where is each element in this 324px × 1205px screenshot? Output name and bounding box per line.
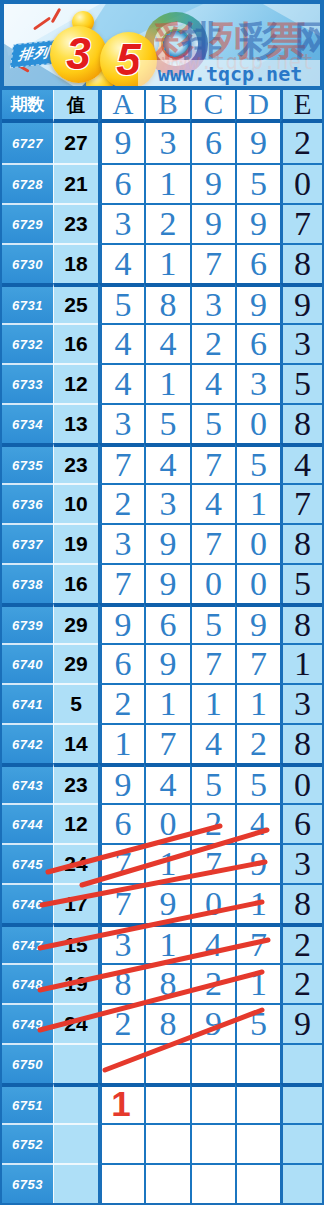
digit-cell-A: 5 [98, 283, 144, 323]
red-prediction-value: 1 [104, 1084, 138, 1124]
digit-cell-C: 3 [190, 283, 235, 323]
sum-cell [53, 1043, 98, 1083]
col-header-C: C [190, 90, 235, 123]
digit-cell-B: 9 [144, 643, 190, 683]
sum-cell: 24 [53, 1003, 98, 1043]
digit-cell-C: 7 [190, 643, 235, 683]
period-cell: 6745 [2, 843, 53, 883]
digit-cell-D: 9 [235, 843, 280, 883]
digit-cell-E: 0 [280, 163, 322, 203]
col-header-B: B [144, 90, 190, 123]
sum-cell: 29 [53, 603, 98, 643]
digit-cell-D: 3 [235, 363, 280, 403]
digit-cell-C: 5 [190, 603, 235, 643]
digit-cell-B: 8 [144, 963, 190, 1003]
sum-cell: 27 [53, 123, 98, 163]
digit-cell-D: 7 [235, 923, 280, 963]
digit-cell-E: 7 [280, 483, 322, 523]
digit-cell-D: 5 [235, 163, 280, 203]
sum-cell: 15 [53, 923, 98, 963]
digit-cell-E: 4 [280, 443, 322, 483]
digit-cell-C: 4 [190, 923, 235, 963]
digit-cell-A: 8 [98, 963, 144, 1003]
digit-cell-C: 5 [190, 763, 235, 803]
period-cell: 6739 [2, 603, 53, 643]
digit-cell-B [144, 1163, 190, 1203]
sum-cell: 10 [53, 483, 98, 523]
digit-cell-B: 3 [144, 483, 190, 523]
digit-cell-A: 6 [98, 803, 144, 843]
digit-cell-E: 5 [280, 363, 322, 403]
digit-cell-A: 9 [98, 763, 144, 803]
digit-cell-C [190, 1123, 235, 1163]
site-url[interactable]: www.tqcp.net [158, 62, 303, 86]
digit-cell-B [144, 1043, 190, 1083]
digit-cell-C [190, 1163, 235, 1203]
digit-cell-E: 9 [280, 283, 322, 323]
sum-cell: 23 [53, 443, 98, 483]
digit-cell-A: 4 [98, 243, 144, 283]
digit-cell-B: 9 [144, 563, 190, 603]
digit-cell-D [235, 1043, 280, 1083]
digit-cell-B: 1 [144, 683, 190, 723]
period-cell: 6728 [2, 163, 53, 203]
sum-cell: 19 [53, 963, 98, 1003]
digit-cell-D: 5 [235, 763, 280, 803]
digit-cell-A: 2 [98, 1003, 144, 1043]
digit-cell-E: 3 [280, 843, 322, 883]
period-cell: 6736 [2, 483, 53, 523]
sum-cell: 23 [53, 763, 98, 803]
period-cell: 6733 [2, 363, 53, 403]
digit-cell-A [98, 1163, 144, 1203]
digit-cell-D: 6 [235, 243, 280, 283]
period-cell: 6750 [2, 1043, 53, 1083]
period-cell: 6741 [2, 683, 53, 723]
digit-cell-D: 9 [235, 283, 280, 323]
digit-cell-C: 2 [190, 323, 235, 363]
digit-cell-D: 1 [235, 683, 280, 723]
digit-cell-D: 1 [235, 883, 280, 923]
digit-cell-E: 8 [280, 403, 322, 443]
digit-cell-D: 9 [235, 603, 280, 643]
digit-cell-B: 6 [144, 603, 190, 643]
period-cell: 6735 [2, 443, 53, 483]
digit-cell-E: 9 [280, 1003, 322, 1043]
sum-cell [53, 1163, 98, 1203]
sum-cell: 5 [53, 683, 98, 723]
digit-cell-E: 2 [280, 123, 322, 163]
digit-cell-C [190, 1043, 235, 1083]
digit-cell-E: 3 [280, 683, 322, 723]
digit-cell-B: 8 [144, 283, 190, 323]
digit-cell-A: 6 [98, 163, 144, 203]
digit-cell-B: 1 [144, 923, 190, 963]
digit-cell-B: 9 [144, 883, 190, 923]
digit-cell-C: 4 [190, 723, 235, 763]
logo-digit-3: 3 [50, 28, 107, 80]
digit-cell-A: 9 [98, 123, 144, 163]
digit-cell-C: 4 [190, 363, 235, 403]
digit-cell-D: 0 [235, 403, 280, 443]
digit-cell-D [235, 1083, 280, 1123]
digit-cell-E: 8 [280, 723, 322, 763]
site-banner: 彩排列彩票网 www.tqcp.net 排列 3 5 www.tqcp.net [0, 0, 324, 90]
digit-cell-D: 2 [235, 723, 280, 763]
digit-cell-E: 5 [280, 563, 322, 603]
period-cell: 6734 [2, 403, 53, 443]
period-cell: 6746 [2, 883, 53, 923]
digit-cell-A: 3 [98, 523, 144, 563]
site-url-strip: www.tqcp.net [138, 60, 322, 87]
period-cell: 6751 [2, 1083, 53, 1123]
period-cell: 6753 [2, 1163, 53, 1203]
sum-cell [53, 1083, 98, 1123]
digit-cell-D: 7 [235, 643, 280, 683]
digit-cell-C: 2 [190, 963, 235, 1003]
digit-cell-B: 0 [144, 803, 190, 843]
digit-cell-E [280, 1083, 322, 1123]
period-cell: 6744 [2, 803, 53, 843]
digit-cell-A: 3 [98, 923, 144, 963]
digit-cell-B: 4 [144, 443, 190, 483]
digit-cell-C: 0 [190, 883, 235, 923]
period-header: 期数 [2, 90, 53, 123]
digit-cell-D: 1 [235, 963, 280, 1003]
period-cell: 6748 [2, 963, 53, 1003]
digit-cell-B: 9 [144, 523, 190, 563]
digit-cell-B: 3 [144, 123, 190, 163]
sum-cell: 13 [53, 403, 98, 443]
digit-cell-C: 5 [190, 403, 235, 443]
digit-cell-B: 1 [144, 363, 190, 403]
period-cell: 6732 [2, 323, 53, 363]
digit-cell-D [235, 1123, 280, 1163]
digit-cell-D [235, 1163, 280, 1203]
period-cell: 6731 [2, 283, 53, 323]
digit-cell-C: 7 [190, 523, 235, 563]
col-header-A: A [98, 90, 144, 123]
digit-cell-A: 3 [98, 203, 144, 243]
digit-cell-E: 6 [280, 803, 322, 843]
sum-cell [53, 1123, 98, 1163]
digit-cell-A: 6 [98, 643, 144, 683]
lottery-ball-3: 3 [50, 26, 107, 83]
digit-cell-E: 8 [280, 883, 322, 923]
digit-cell-B [144, 1083, 190, 1123]
digit-cell-A: 4 [98, 323, 144, 363]
digit-cell-D: 0 [235, 563, 280, 603]
sum-cell: 24 [53, 843, 98, 883]
digit-cell-E: 8 [280, 603, 322, 643]
sum-cell: 14 [53, 723, 98, 763]
digit-cell-C [190, 1083, 235, 1123]
sum-cell: 23 [53, 203, 98, 243]
digit-cell-A: 7 [98, 443, 144, 483]
period-cell: 6738 [2, 563, 53, 603]
period-cell: 6729 [2, 203, 53, 243]
period-cell: 6749 [2, 1003, 53, 1043]
digit-cell-C: 1 [190, 683, 235, 723]
sum-header: 值 [53, 90, 98, 123]
sum-cell: 12 [53, 803, 98, 843]
sum-cell: 19 [53, 523, 98, 563]
digit-cell-C: 7 [190, 443, 235, 483]
digit-cell-A: 2 [98, 483, 144, 523]
digit-cell-A: 9 [98, 603, 144, 643]
digit-cell-E: 2 [280, 923, 322, 963]
digit-cell-E: 2 [280, 963, 322, 1003]
period-cell: 6727 [2, 123, 53, 163]
logo-ribbon-label: 排列 [17, 43, 50, 64]
digit-cell-E: 8 [280, 523, 322, 563]
sum-cell: 18 [53, 243, 98, 283]
digit-cell-B: 4 [144, 763, 190, 803]
sum-cell: 29 [53, 643, 98, 683]
digit-cell-B: 7 [144, 723, 190, 763]
digit-cell-D: 0 [235, 523, 280, 563]
period-cell: 6737 [2, 523, 53, 563]
period-cell: 6752 [2, 1123, 53, 1163]
digit-cell-C: 6 [190, 123, 235, 163]
digit-cell-C: 7 [190, 243, 235, 283]
digit-cell-A [98, 1123, 144, 1163]
digit-cell-D: 5 [235, 443, 280, 483]
digit-cell-E: 0 [280, 763, 322, 803]
digit-cell-C: 9 [190, 163, 235, 203]
col-header-D: D [235, 90, 280, 123]
digit-cell-A: 7 [98, 843, 144, 883]
digit-cell-B: 1 [144, 163, 190, 203]
digit-cell-C: 2 [190, 803, 235, 843]
digit-cell-E [280, 1163, 322, 1203]
digit-cell-A: 7 [98, 883, 144, 923]
digit-cell-B: 2 [144, 203, 190, 243]
period-cell: 6747 [2, 923, 53, 963]
sum-cell: 16 [53, 323, 98, 363]
digit-cell-D: 4 [235, 803, 280, 843]
digit-cell-A: 7 [98, 563, 144, 603]
period-cell: 6740 [2, 643, 53, 683]
digit-cell-B: 1 [144, 843, 190, 883]
sum-cell: 16 [53, 563, 98, 603]
trend-chart-table: 期数值ABCDE67272793692672821619506729233299… [0, 90, 324, 1205]
digit-cell-C: 9 [190, 1003, 235, 1043]
digit-cell-D: 1 [235, 483, 280, 523]
sum-cell: 12 [53, 363, 98, 403]
digit-cell-D: 9 [235, 123, 280, 163]
digit-cell-E [280, 1043, 322, 1083]
digit-cell-C: 4 [190, 483, 235, 523]
digit-cell-A: 1 [98, 723, 144, 763]
digit-cell-E: 3 [280, 323, 322, 363]
digit-cell-C: 0 [190, 563, 235, 603]
digit-cell-B: 5 [144, 403, 190, 443]
digit-cell-C: 9 [190, 203, 235, 243]
digit-cell-B [144, 1123, 190, 1163]
period-cell: 6730 [2, 243, 53, 283]
digit-cell-A: 4 [98, 363, 144, 403]
digit-cell-C: 7 [190, 843, 235, 883]
digit-cell-B: 1 [144, 243, 190, 283]
digit-cell-E: 8 [280, 243, 322, 283]
digit-cell-B: 4 [144, 323, 190, 363]
sum-cell: 21 [53, 163, 98, 203]
sum-cell: 25 [53, 283, 98, 323]
digit-cell-B: 8 [144, 1003, 190, 1043]
digit-cell-A: 2 [98, 683, 144, 723]
digit-cell-A [98, 1043, 144, 1083]
digit-cell-A: 3 [98, 403, 144, 443]
digit-cell-D: 6 [235, 323, 280, 363]
period-cell: 6742 [2, 723, 53, 763]
digit-cell-D: 5 [235, 1003, 280, 1043]
sum-cell: 17 [53, 883, 98, 923]
digit-cell-D: 9 [235, 203, 280, 243]
col-header-E: E [280, 90, 322, 123]
digit-cell-E [280, 1123, 322, 1163]
digit-cell-E: 7 [280, 203, 322, 243]
period-cell: 6743 [2, 763, 53, 803]
digit-cell-E: 1 [280, 643, 322, 683]
